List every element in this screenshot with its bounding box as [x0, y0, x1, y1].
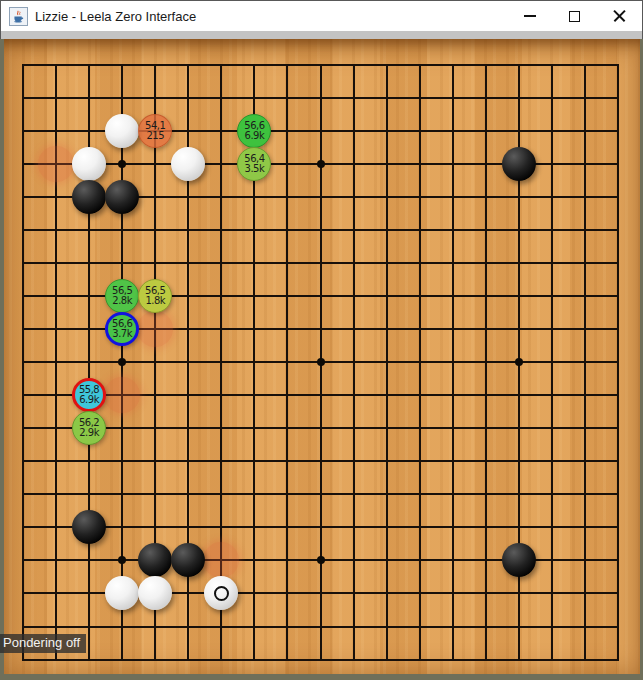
stone-black [72, 510, 106, 544]
faint-suggestion-D9[interactable] [104, 377, 140, 413]
suggestion-visits: 2.9k [79, 428, 99, 438]
last-move-marker [214, 586, 229, 601]
java-coffee-cup-icon [12, 10, 25, 23]
move-suggestion-H16[interactable]: 56,43.5k [237, 147, 271, 181]
maximize-icon [569, 11, 580, 22]
suggestion-visits: 1.8k [145, 296, 165, 306]
suggestion-visits: 3.5k [245, 164, 265, 174]
move-suggestion-D12[interactable]: 56,52.8k [105, 279, 139, 313]
star-point [118, 358, 126, 366]
stone-white [171, 147, 205, 181]
stone-black [171, 543, 205, 577]
window-controls [507, 1, 642, 31]
stone-white [72, 147, 106, 181]
move-suggestion-E17[interactable]: 54,1215 [138, 114, 172, 148]
grid-line [22, 64, 619, 66]
close-button[interactable] [597, 1, 642, 31]
stone-black [502, 147, 536, 181]
grid-line [22, 493, 619, 495]
star-point [118, 556, 126, 564]
suggestion-visits: 6.9k [245, 131, 265, 141]
suggestion-visits: 2.8k [112, 296, 132, 306]
faint-suggestion-E11[interactable] [137, 311, 173, 347]
move-suggestion-C9[interactable]: 55,86.9k [72, 378, 106, 412]
stone-black [138, 543, 172, 577]
grid-line [22, 626, 619, 628]
pondering-status: Pondering off [0, 634, 86, 653]
star-point [317, 160, 325, 168]
grid-line [22, 526, 619, 528]
star-point [515, 358, 523, 366]
move-suggestion-D11[interactable]: 56,63.7k [105, 312, 139, 346]
grid-line [22, 460, 619, 462]
move-suggestion-E12[interactable]: 56,51.8k [138, 279, 172, 313]
window-title: Lizzie - Leela Zero Interface [35, 9, 196, 24]
grid-line [22, 229, 619, 231]
go-board[interactable]: 54,121556,66.9k56,43.5k56,52.8k56,51.8k5… [0, 39, 643, 680]
star-point [118, 160, 126, 168]
stone-white [138, 576, 172, 610]
maximize-button[interactable] [552, 1, 597, 31]
stone-black [502, 543, 536, 577]
grid-line [22, 659, 619, 661]
stone-white [204, 576, 238, 610]
title-bar: Lizzie - Leela Zero Interface [0, 0, 643, 31]
star-point [317, 358, 325, 366]
grid-line [22, 262, 619, 264]
stone-black [72, 180, 106, 214]
stone-black [105, 180, 139, 214]
minimize-button[interactable] [507, 1, 552, 31]
grid-line [22, 97, 619, 99]
window-inner-strip [0, 31, 643, 39]
stone-white [105, 114, 139, 148]
move-suggestion-H17[interactable]: 56,66.9k [237, 114, 271, 148]
java-icon [9, 7, 28, 26]
close-icon [613, 10, 626, 23]
faint-suggestion-B16[interactable] [38, 146, 74, 182]
move-suggestion-C8[interactable]: 56,22.9k [72, 411, 106, 445]
grid-line [22, 427, 619, 429]
suggestion-visits: 6.9k [79, 395, 99, 405]
star-point [317, 556, 325, 564]
suggestion-visits: 215 [146, 131, 164, 141]
minimize-icon [524, 15, 536, 17]
stone-white [105, 576, 139, 610]
lizzie-window: Lizzie - Leela Zero Interface 54,121556,… [0, 0, 643, 680]
faint-suggestion-G4[interactable] [203, 542, 239, 578]
suggestion-visits: 3.7k [112, 329, 132, 339]
